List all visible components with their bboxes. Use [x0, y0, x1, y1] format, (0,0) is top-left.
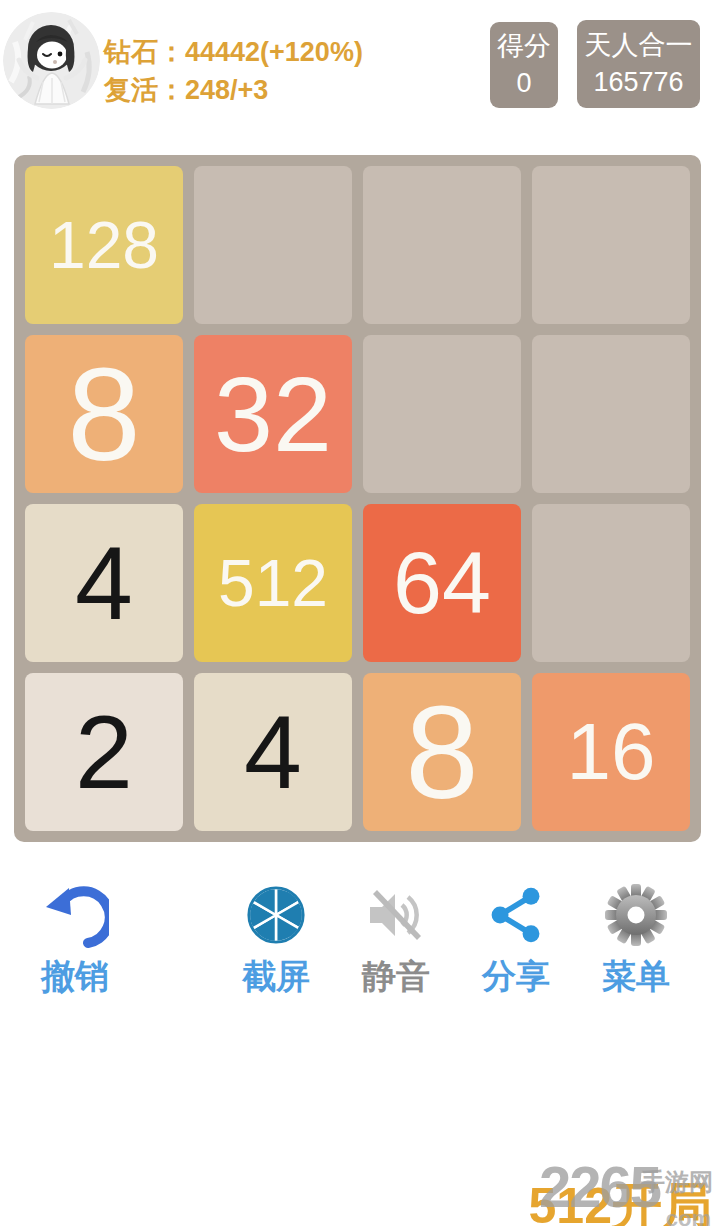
tile-8-r1c0: 8: [25, 335, 183, 493]
share-label: 分享: [482, 954, 550, 1000]
mute-icon: [364, 882, 428, 948]
tile-4-r3c1: 4: [194, 673, 352, 831]
diamond-stat: 钻石：44442(+120%): [104, 33, 363, 71]
screenshot-button[interactable]: 截屏: [221, 882, 331, 1000]
empty-cell-r0c1: [194, 166, 352, 324]
aperture-icon: [245, 882, 307, 948]
mute-label: 静音: [362, 954, 430, 1000]
best-label: 天人合一: [585, 27, 693, 64]
board-grid[interactable]: 12883245126424816: [14, 155, 701, 842]
gear-icon: [604, 882, 668, 948]
empty-cell-r0c3: [532, 166, 690, 324]
header-stats: 钻石：44442(+120%) 复活：248/+3: [104, 33, 363, 109]
share-button[interactable]: 分享: [461, 882, 571, 1000]
tile-128-r0c0: 128: [25, 166, 183, 324]
undo-button[interactable]: 撤销: [20, 882, 130, 1000]
tile-512-r2c1: 512: [194, 504, 352, 662]
menu-label: 菜单: [602, 954, 670, 1000]
site-watermark-suffix: 手游网: [641, 1166, 713, 1198]
tile-4-r2c0: 4: [25, 504, 183, 662]
empty-cell-r1c2: [363, 335, 521, 493]
tile-16-r3c3: 16: [532, 673, 690, 831]
undo-label: 撤销: [41, 954, 109, 1000]
share-icon: [486, 882, 546, 948]
site-watermark-domain: com: [666, 1206, 711, 1226]
undo-icon: [41, 882, 109, 948]
tile-2-r3c0: 2: [25, 673, 183, 831]
toolbar: 撤销 截屏: [0, 882, 715, 1007]
score-label: 得分: [497, 28, 551, 65]
tile-64-r2c2: 64: [363, 504, 521, 662]
avatar[interactable]: [3, 12, 100, 109]
girl-avatar-image: [3, 12, 100, 109]
empty-cell-r1c3: [532, 335, 690, 493]
screenshot-label: 截屏: [242, 954, 310, 1000]
score-value: 0: [516, 65, 531, 102]
best-score-button[interactable]: 天人合一 165776: [577, 20, 700, 108]
score-button[interactable]: 得分 0: [490, 22, 558, 108]
empty-cell-r0c2: [363, 166, 521, 324]
menu-button[interactable]: 菜单: [581, 882, 691, 1000]
empty-cell-r2c3: [532, 504, 690, 662]
mute-button[interactable]: 静音: [341, 882, 451, 1000]
tile-32-r1c1: 32: [194, 335, 352, 493]
tile-8-r3c2: 8: [363, 673, 521, 831]
game-screen: 钻石：44442(+120%) 复活：248/+3 得分 0 天人合一 1657…: [0, 0, 715, 1226]
best-value: 165776: [593, 64, 683, 101]
revive-stat: 复活：248/+3: [104, 71, 363, 109]
